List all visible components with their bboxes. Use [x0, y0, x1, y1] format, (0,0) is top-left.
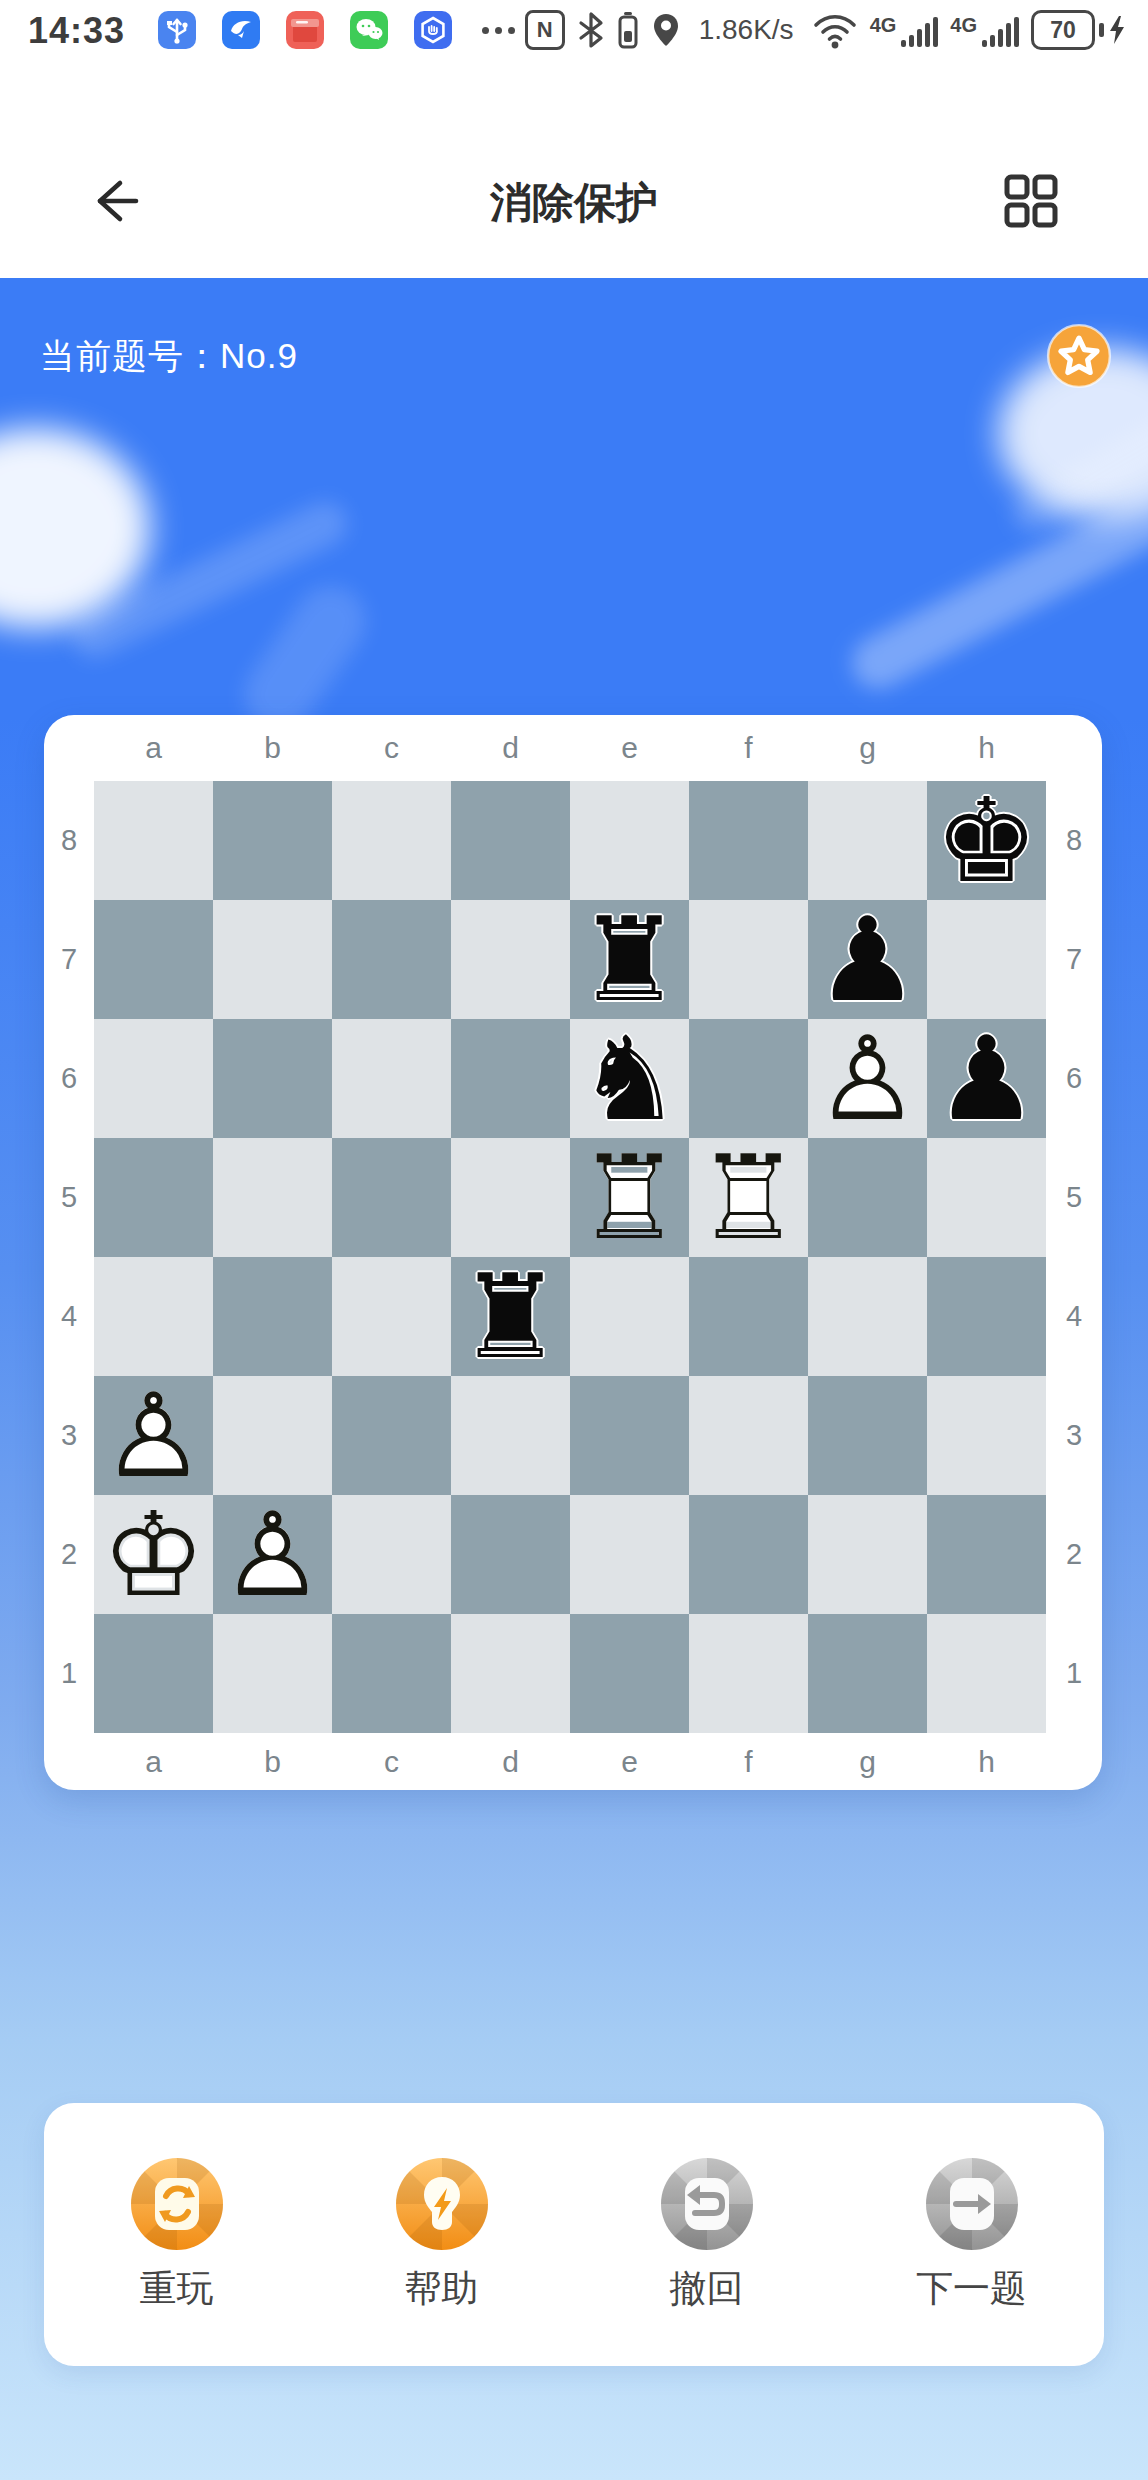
square-a4[interactable] [94, 1257, 213, 1376]
file-label-bottom-c: c [332, 1733, 451, 1790]
square-g3[interactable] [808, 1376, 927, 1495]
rank-label-left-8: 8 [44, 781, 94, 900]
square-c7[interactable] [332, 900, 451, 1019]
signal-4g-icon-2: 4G [950, 14, 1019, 47]
square-f7[interactable] [689, 900, 808, 1019]
square-h1[interactable] [927, 1614, 1046, 1733]
board-corner [1046, 715, 1102, 781]
square-e6[interactable]: ♞ [570, 1019, 689, 1138]
bottom-toolbar: 重玩 帮助 撤回 [44, 2103, 1104, 2366]
file-label-top-c: c [332, 715, 451, 781]
square-c8[interactable] [332, 781, 451, 900]
chess-board: abcdefgh8♚87♜♟76♞♟♙♟65♜♖♜♖54♜43♟♙32♚♔♟♙2… [44, 715, 1102, 1790]
square-f2[interactable] [689, 1495, 808, 1614]
arrow-right-icon [924, 2156, 1020, 2252]
square-d5[interactable] [451, 1138, 570, 1257]
piece-wP-g6[interactable]: ♟♙ [808, 1019, 927, 1138]
square-f8[interactable] [689, 781, 808, 900]
board-corner [44, 715, 94, 781]
page-title: 消除保护 [0, 175, 1148, 231]
wechat-icon [350, 11, 388, 49]
rank-label-right-5: 5 [1046, 1138, 1102, 1257]
status-bar: 14:33 [0, 0, 1148, 60]
file-label-bottom-a: a [94, 1733, 213, 1790]
square-a5[interactable] [94, 1138, 213, 1257]
square-h2[interactable] [927, 1495, 1046, 1614]
file-label-top-f: f [689, 715, 808, 781]
piece-bN-e6[interactable]: ♞ [570, 1019, 689, 1138]
file-label-top-a: a [94, 715, 213, 781]
signal-4g-icon: 4G [870, 14, 939, 47]
square-g1[interactable] [808, 1614, 927, 1733]
file-label-top-g: g [808, 715, 927, 781]
rank-label-right-6: 6 [1046, 1019, 1102, 1138]
file-label-bottom-e: e [570, 1733, 689, 1790]
net-speed: 1.86K/s [699, 14, 794, 46]
notification-app-icons [158, 11, 515, 49]
dingtalk-icon [222, 11, 260, 49]
undo-button[interactable]: 撤回 [574, 2156, 839, 2314]
square-b8[interactable] [213, 781, 332, 900]
board-card: abcdefgh8♚87♜♟76♞♟♙♟65♜♖♜♖54♜43♟♙32♚♔♟♙2… [44, 715, 1102, 1790]
rank-label-right-7: 7 [1046, 900, 1102, 1019]
square-c5[interactable] [332, 1138, 451, 1257]
piece-wR-e5[interactable]: ♜♖ [570, 1138, 689, 1257]
square-b3[interactable] [213, 1376, 332, 1495]
rank-label-right-4: 4 [1046, 1257, 1102, 1376]
square-b2[interactable]: ♟♙ [213, 1495, 332, 1614]
square-b5[interactable] [213, 1138, 332, 1257]
square-g7[interactable]: ♟ [808, 900, 927, 1019]
square-d3[interactable] [451, 1376, 570, 1495]
rank-label-left-6: 6 [44, 1019, 94, 1138]
square-d4[interactable]: ♜ [451, 1257, 570, 1376]
square-e2[interactable] [570, 1495, 689, 1614]
rank-label-left-7: 7 [44, 900, 94, 1019]
square-h5[interactable] [927, 1138, 1046, 1257]
square-a1[interactable] [94, 1614, 213, 1733]
square-h6[interactable]: ♟ [927, 1019, 1046, 1138]
file-label-bottom-g: g [808, 1733, 927, 1790]
square-f4[interactable] [689, 1257, 808, 1376]
nfc-icon: N [525, 10, 565, 50]
bulb-icon [394, 2156, 490, 2252]
replay-icon [129, 2156, 225, 2252]
rank-label-left-4: 4 [44, 1257, 94, 1376]
square-f3[interactable] [689, 1376, 808, 1495]
square-d8[interactable] [451, 781, 570, 900]
file-label-top-e: e [570, 715, 689, 781]
square-b1[interactable] [213, 1614, 332, 1733]
rank-label-right-8: 8 [1046, 781, 1102, 900]
rank-label-right-3: 3 [1046, 1376, 1102, 1495]
usb-icon [158, 11, 196, 49]
square-g5[interactable] [808, 1138, 927, 1257]
piece-wP-a3[interactable]: ♟♙ [94, 1376, 213, 1495]
help-button[interactable]: 帮助 [309, 2156, 574, 2314]
file-label-top-h: h [927, 715, 1046, 781]
replay-label: 重玩 [140, 2264, 214, 2314]
rank-label-left-3: 3 [44, 1376, 94, 1495]
next-label: 下一题 [916, 2264, 1027, 2314]
piece-wK-a2[interactable]: ♚♔ [94, 1495, 213, 1614]
replay-button[interactable]: 重玩 [44, 2156, 309, 2314]
puzzle-number-label: 当前题号：No.9 [40, 333, 298, 380]
piece-wR-f5[interactable]: ♜♖ [689, 1138, 808, 1257]
square-e7[interactable]: ♜ [570, 900, 689, 1019]
rank-label-right-2: 2 [1046, 1495, 1102, 1614]
square-g4[interactable] [808, 1257, 927, 1376]
square-a2[interactable]: ♚♔ [94, 1495, 213, 1614]
rank-label-left-1: 1 [44, 1614, 94, 1733]
square-b4[interactable] [213, 1257, 332, 1376]
file-label-bottom-h: h [927, 1733, 1046, 1790]
square-h8[interactable]: ♚ [927, 781, 1046, 900]
square-b7[interactable] [213, 900, 332, 1019]
square-c2[interactable] [332, 1495, 451, 1614]
board-corner [1046, 1733, 1102, 1790]
piece-wP-b2[interactable]: ♟♙ [213, 1495, 332, 1614]
square-d7[interactable] [451, 900, 570, 1019]
square-b6[interactable] [213, 1019, 332, 1138]
square-a7[interactable] [94, 900, 213, 1019]
grid-menu-button[interactable] [998, 168, 1064, 234]
piece-bR-e7[interactable]: ♜ [570, 900, 689, 1019]
square-e4[interactable] [570, 1257, 689, 1376]
square-a6[interactable] [94, 1019, 213, 1138]
square-a3[interactable]: ♟♙ [94, 1376, 213, 1495]
next-puzzle-button[interactable]: 下一题 [839, 2156, 1104, 2314]
wifi-icon [812, 11, 858, 49]
guard-icon [414, 11, 452, 49]
square-e3[interactable] [570, 1376, 689, 1495]
piece-bP-h6[interactable]: ♟ [927, 1019, 1046, 1138]
piece-bK-h8[interactable]: ♚ [927, 781, 1046, 900]
header: 消除保护 [0, 60, 1148, 278]
square-g2[interactable] [808, 1495, 927, 1614]
square-f5[interactable]: ♜♖ [689, 1138, 808, 1257]
square-f6[interactable] [689, 1019, 808, 1138]
square-a8[interactable] [94, 781, 213, 900]
piece-bP-g7[interactable]: ♟ [808, 900, 927, 1019]
square-h7[interactable] [927, 900, 1046, 1019]
puzzle-banner: 当前题号：No.9 [40, 296, 1118, 416]
square-e1[interactable] [570, 1614, 689, 1733]
bt-battery-icon [617, 11, 639, 49]
undo-icon [659, 2156, 755, 2252]
square-g8[interactable] [808, 781, 927, 900]
back-button[interactable] [86, 166, 156, 236]
file-label-top-d: d [451, 715, 570, 781]
piece-bR-d4[interactable]: ♜ [451, 1257, 570, 1376]
battery-percent: 70 [1031, 10, 1095, 50]
square-h4[interactable] [927, 1257, 1046, 1376]
board-corner [44, 1733, 94, 1790]
location-icon [651, 11, 681, 49]
square-c4[interactable] [332, 1257, 451, 1376]
square-c6[interactable] [332, 1019, 451, 1138]
favorite-star-button[interactable] [1040, 317, 1118, 395]
clock: 14:33 [28, 10, 125, 52]
status-icons: N 1.86K/s 4G 4G 70 [525, 8, 1126, 52]
redbox-icon [286, 11, 324, 49]
square-e5[interactable]: ♜♖ [570, 1138, 689, 1257]
bluetooth-icon [577, 11, 605, 49]
help-label: 帮助 [405, 2264, 479, 2314]
square-d2[interactable] [451, 1495, 570, 1614]
battery-charging-icon: 70 [1031, 10, 1126, 50]
square-d6[interactable] [451, 1019, 570, 1138]
rank-label-left-5: 5 [44, 1138, 94, 1257]
file-label-bottom-b: b [213, 1733, 332, 1790]
file-label-bottom-d: d [451, 1733, 570, 1790]
square-h3[interactable] [927, 1376, 1046, 1495]
file-label-bottom-f: f [689, 1733, 808, 1790]
square-f1[interactable] [689, 1614, 808, 1733]
square-d1[interactable] [451, 1614, 570, 1733]
square-e8[interactable] [570, 781, 689, 900]
file-label-top-b: b [213, 715, 332, 781]
rank-label-left-2: 2 [44, 1495, 94, 1614]
square-c1[interactable] [332, 1614, 451, 1733]
square-c3[interactable] [332, 1376, 451, 1495]
rank-label-right-1: 1 [1046, 1614, 1102, 1733]
square-g6[interactable]: ♟♙ [808, 1019, 927, 1138]
undo-label: 撤回 [670, 2264, 744, 2314]
more-dots-icon [482, 27, 515, 34]
